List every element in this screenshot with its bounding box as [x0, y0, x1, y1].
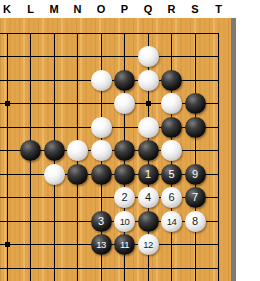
black-stone-P13: [114, 164, 135, 185]
column-label-M: M: [44, 2, 64, 16]
column-label-O: O: [91, 2, 111, 16]
column-label-R: R: [162, 2, 182, 16]
black-stone-O10: 13: [91, 234, 112, 255]
column-labels: KLMNOPQRST: [0, 0, 260, 18]
row-labels: 191817161514131211109: [236, 18, 260, 281]
black-stone-S12: 7: [185, 187, 206, 208]
white-stone-P12: 2: [114, 187, 135, 208]
grid-vline-S: [195, 33, 196, 281]
column-label-T: T: [209, 2, 229, 16]
white-stone-P11: 10: [114, 211, 135, 232]
black-stone-Q13: 1: [138, 164, 159, 185]
grid-hline-18: [0, 56, 219, 57]
black-stone-R13: 5: [161, 164, 182, 185]
move-number: 13: [96, 234, 106, 255]
move-number: 1: [145, 164, 151, 185]
black-stone-S13: 9: [185, 164, 206, 185]
move-number: 2: [121, 187, 127, 208]
white-stone-O15: [91, 117, 112, 138]
black-stone-Q11: [138, 211, 159, 232]
black-stone-P14: [114, 140, 135, 161]
white-stone-R14: [161, 140, 182, 161]
column-label-L: L: [21, 2, 41, 16]
column-label-Q: Q: [138, 2, 158, 16]
black-stone-S15: [185, 117, 206, 138]
black-stone-R17: [161, 70, 182, 91]
white-stone-O17: [91, 70, 112, 91]
black-stone-P10: 11: [114, 234, 135, 255]
move-number: 3: [98, 211, 104, 232]
white-stone-Q15: [138, 117, 159, 138]
column-label-P: P: [115, 2, 135, 16]
black-stone-R15: [161, 117, 182, 138]
white-stone-M13: [44, 164, 65, 185]
column-label-K: K: [0, 2, 17, 16]
black-stone-L14: [20, 140, 41, 161]
white-stone-R11: 14: [161, 211, 182, 232]
move-number: 5: [168, 164, 174, 185]
move-number: 10: [120, 211, 130, 232]
go-board[interactable]: 1597313112461014812: [0, 18, 231, 281]
grid-vline-T: [218, 33, 219, 281]
column-label-S: S: [185, 2, 205, 16]
black-stone-O11: 3: [91, 211, 112, 232]
white-stone-S11: 8: [185, 211, 206, 232]
move-number: 4: [145, 187, 151, 208]
move-number: 8: [192, 211, 198, 232]
grid-hline-9: [0, 268, 219, 269]
black-stone-O13: [91, 164, 112, 185]
star-point-K10: [5, 242, 10, 247]
white-stone-Q17: [138, 70, 159, 91]
white-stone-O14: [91, 140, 112, 161]
black-stone-P17: [114, 70, 135, 91]
move-number: 6: [168, 187, 174, 208]
move-number: 12: [143, 234, 153, 255]
white-stone-P16: [114, 93, 135, 114]
white-stone-Q12: 4: [138, 187, 159, 208]
white-stone-N14: [67, 140, 88, 161]
move-number: 9: [192, 164, 198, 185]
white-stone-R12: 6: [161, 187, 182, 208]
black-stone-S16: [185, 93, 206, 114]
black-stone-N13: [67, 164, 88, 185]
star-point-Q16: [146, 101, 151, 106]
move-number: 14: [167, 211, 177, 232]
move-number: 11: [120, 234, 129, 255]
go-board-viewer: 1597313112461014812 KLMNOPQRST 191817161…: [0, 0, 260, 281]
white-stone-Q10: 12: [138, 234, 159, 255]
black-stone-Q14: [138, 140, 159, 161]
move-number: 7: [192, 187, 198, 208]
column-label-N: N: [68, 2, 88, 16]
black-stone-M14: [44, 140, 65, 161]
white-stone-R16: [161, 93, 182, 114]
grid-hline-19: [0, 33, 219, 34]
star-point-K16: [5, 101, 10, 106]
white-stone-Q18: [138, 46, 159, 67]
